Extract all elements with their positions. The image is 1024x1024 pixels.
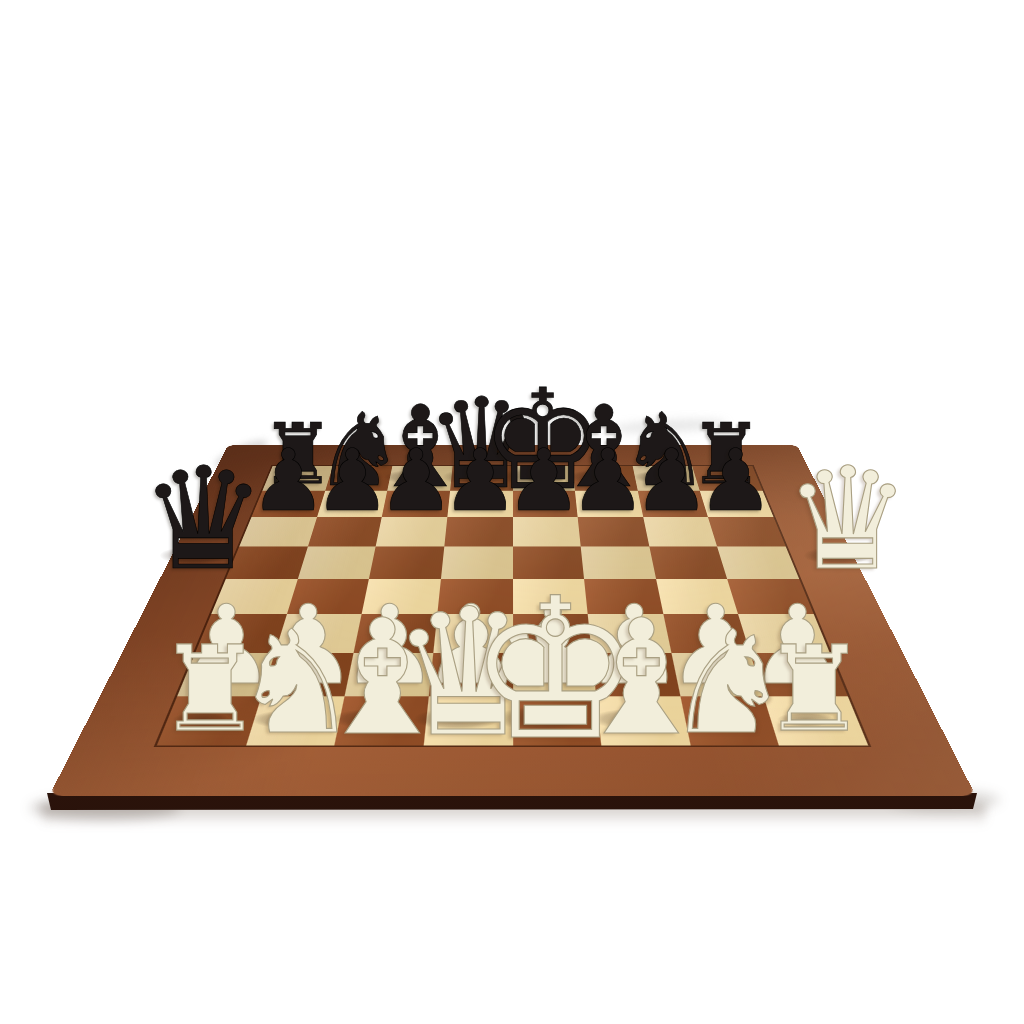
spare-black-queen[interactable]: ♛ [140,449,267,590]
scene: ♜♞♝♛♚♝♞♜♟♟♟♟♟♟♟♟♟♟♟♟♟♟♟♟♜♞♝♛♚♝♞♜♛♛ [0,0,1024,1024]
piece-white-rook-h1[interactable]: ♜ [761,630,867,748]
piece-black-pawn-h7[interactable]: ♟ [697,438,774,524]
square-g5[interactable] [649,546,727,578]
square-b5[interactable] [297,546,375,578]
spare-white-queen[interactable]: ♛ [784,449,911,590]
pieces-layer: ♜♞♝♛♚♝♞♜♟♟♟♟♟♟♟♟♟♟♟♟♟♟♟♟♜♞♝♛♚♝♞♜♛♛ [0,0,1024,1024]
